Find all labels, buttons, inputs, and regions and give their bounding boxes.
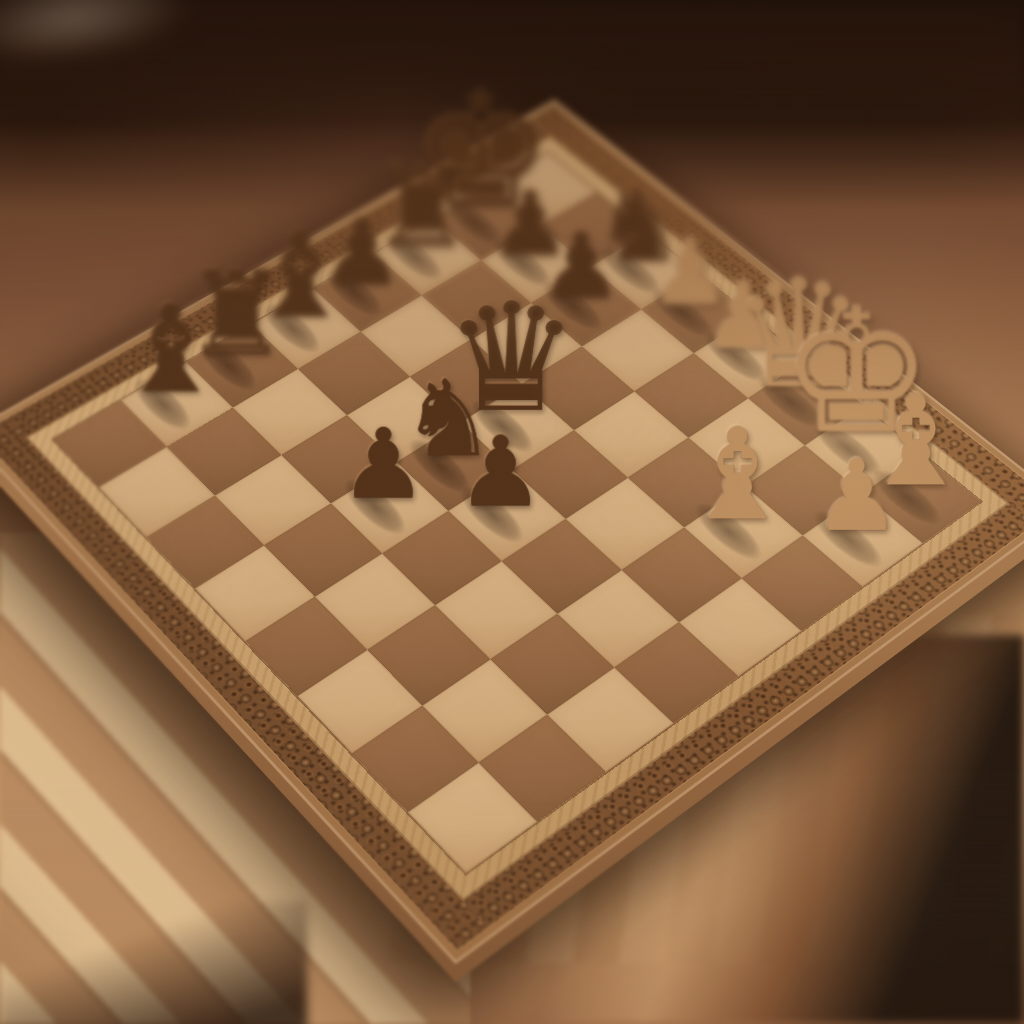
- board-scene: ♞♟♟♛♚♝♚♟♟♟♜♝♟♛♝♞♟♜♟♝: [0, 0, 1024, 1024]
- chessboard: ♞♟♟♛♚♝♚♟♟♟♜♝♟♛♝♞♟♜♟♝: [0, 99, 1024, 965]
- photo-frame: ♞♟♟♛♚♝♚♟♟♟♜♝♟♛♝♞♟♜♟♝: [0, 0, 1024, 1024]
